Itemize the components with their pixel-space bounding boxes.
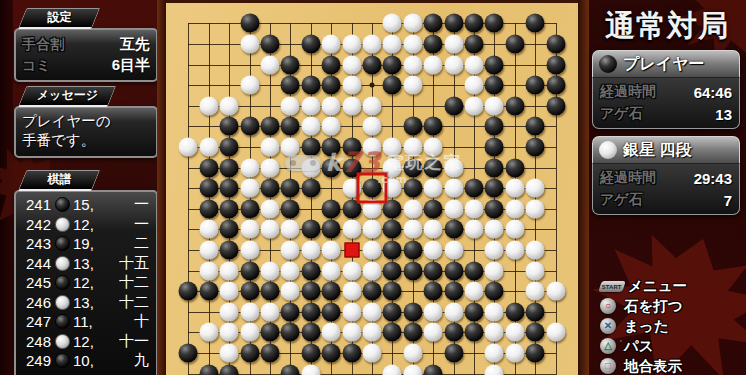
white-stone — [526, 240, 545, 259]
white-stone — [444, 199, 463, 218]
move-col: 11, — [73, 313, 93, 330]
black-stone — [424, 282, 443, 301]
menu-item-start[interactable]: STARTメニュー — [600, 276, 687, 296]
black-stone — [403, 179, 422, 198]
black-stone — [403, 261, 422, 280]
white-stone — [362, 117, 381, 136]
white-stone — [240, 323, 259, 342]
black-stone — [546, 55, 565, 74]
white-stone — [403, 364, 422, 375]
move-col: 12, — [73, 333, 94, 350]
black-stone — [322, 137, 341, 156]
move-row-kanji: 二 — [94, 234, 151, 253]
square-button-icon: □ — [600, 358, 616, 374]
white-stone — [485, 240, 504, 259]
move-number: 241 — [21, 196, 51, 213]
message-header-tab: メッセージ — [18, 86, 116, 107]
black-stone — [383, 220, 402, 239]
white-stone — [199, 220, 218, 239]
black-stone — [464, 302, 483, 321]
white-stone — [220, 323, 239, 342]
black-captures-label: アゲ石 — [600, 105, 643, 123]
menu-label: メニュー — [628, 277, 687, 296]
kifu-move-row[interactable]: 24910,九 — [21, 351, 151, 371]
controller-menu: STARTメニュー○石を打つ✕まった△パス□地合表示 — [600, 276, 687, 375]
black-stone — [444, 282, 463, 301]
move-stone-white-icon — [55, 256, 70, 271]
move-number: 242 — [21, 216, 51, 233]
black-stone — [383, 261, 402, 280]
white-stone — [342, 323, 361, 342]
black-stone — [485, 158, 504, 177]
black-stone — [281, 323, 300, 342]
black-stone — [281, 302, 300, 321]
move-col: 19, — [73, 235, 94, 252]
black-stone — [179, 282, 198, 301]
black-stone — [281, 55, 300, 74]
white-stone — [342, 76, 361, 95]
black-stone — [220, 220, 239, 239]
menu-label: パス — [624, 337, 654, 356]
black-stone — [322, 220, 341, 239]
white-stone — [362, 96, 381, 115]
menu-label: 石を打つ — [624, 297, 683, 316]
start-button-icon: START — [598, 281, 626, 292]
black-stone — [281, 364, 300, 375]
menu-item-triangle[interactable]: △パス — [600, 336, 687, 356]
menu-item-cross[interactable]: ✕まった — [600, 316, 687, 336]
black-stone — [199, 199, 218, 218]
move-number: 246 — [21, 294, 51, 311]
black-stone — [362, 55, 381, 74]
white-stone — [464, 55, 483, 74]
white-time-value: 29:43 — [694, 170, 732, 187]
black-stone — [424, 364, 443, 375]
white-stone — [240, 220, 259, 239]
black-stone — [444, 261, 463, 280]
move-number: 247 — [21, 313, 51, 330]
white-stone — [281, 261, 300, 280]
white-stone — [240, 158, 259, 177]
white-stone — [383, 34, 402, 53]
black-stone — [485, 199, 504, 218]
grid-line — [188, 23, 189, 375]
kifu-list[interactable]: 24115,一24212,一24319,二24413,十五24512,十二246… — [14, 190, 158, 375]
kifu-move-row[interactable]: 24115,一 — [21, 195, 151, 215]
black-stone-icon — [599, 55, 617, 73]
black-stone — [526, 137, 545, 156]
white-stone — [260, 137, 279, 156]
black-stone — [526, 343, 545, 362]
move-number: 249 — [21, 352, 51, 369]
move-row-kanji: 十二 — [94, 293, 151, 312]
black-stone — [444, 220, 463, 239]
move-col: 13, — [73, 294, 94, 311]
white-stone — [485, 364, 504, 375]
white-stone-icon — [599, 141, 617, 159]
handicap-value: 互先 — [120, 35, 150, 54]
mode-title: 通常対局 — [592, 6, 742, 47]
move-row-kanji: 九 — [94, 351, 151, 370]
white-stone — [240, 240, 259, 259]
black-stone — [424, 199, 443, 218]
black-stone — [322, 55, 341, 74]
black-stone — [301, 76, 320, 95]
white-stone — [505, 343, 524, 362]
white-stone — [301, 117, 320, 136]
white-stone — [281, 220, 300, 239]
black-player-name: プレイヤー — [623, 54, 705, 75]
white-stone — [464, 220, 483, 239]
triangle-button-icon: △ — [600, 338, 616, 354]
white-stone — [301, 364, 320, 375]
black-stone — [322, 76, 341, 95]
white-stone — [220, 282, 239, 301]
white-stone — [342, 220, 361, 239]
move-row-kanji: 十一 — [94, 332, 151, 351]
white-stone — [403, 76, 422, 95]
black-stone — [424, 117, 443, 136]
black-stone — [526, 323, 545, 342]
white-stone — [383, 364, 402, 375]
white-stone — [322, 34, 341, 53]
black-stone — [281, 199, 300, 218]
black-stone — [383, 76, 402, 95]
black-stone — [526, 117, 545, 136]
white-stone — [322, 96, 341, 115]
white-stone — [362, 302, 381, 321]
white-stone — [362, 137, 381, 156]
white-stone — [526, 199, 545, 218]
white-stone — [342, 282, 361, 301]
white-stone — [199, 240, 218, 259]
black-stone — [301, 137, 320, 156]
white-stone — [342, 261, 361, 280]
black-stone — [240, 261, 259, 280]
black-stone — [322, 302, 341, 321]
white-captures-value: 7 — [724, 192, 732, 209]
move-row-kanji: 一 — [94, 195, 151, 214]
black-stone — [383, 323, 402, 342]
black-stone — [403, 240, 422, 259]
white-stone — [464, 199, 483, 218]
white-stone — [342, 302, 361, 321]
black-stone — [179, 343, 198, 362]
kifu-move-row[interactable]: 24212,一 — [21, 215, 151, 235]
kifu-move-row[interactable]: 24711,十 — [21, 312, 151, 332]
black-stone — [505, 34, 524, 53]
white-stone — [403, 199, 422, 218]
message-line-2: 手番です。 — [22, 131, 150, 150]
black-stone — [424, 261, 443, 280]
black-stone — [342, 137, 361, 156]
white-stone — [240, 34, 259, 53]
menu-label: 地合表示 — [624, 357, 682, 375]
go-board[interactable]: k73電玩之家 .com — [157, 0, 589, 375]
move-stone-black-icon — [55, 314, 70, 329]
black-captures-value: 13 — [715, 106, 732, 123]
white-stone — [444, 158, 463, 177]
black-stone — [260, 282, 279, 301]
white-stone — [342, 55, 361, 74]
white-stone — [281, 282, 300, 301]
message-header-label: メッセージ — [23, 87, 111, 104]
black-stone — [220, 158, 239, 177]
black-stone — [505, 158, 524, 177]
black-stone — [220, 240, 239, 259]
kifu-move-row[interactable]: 24319,二 — [21, 234, 151, 254]
white-stone — [322, 117, 341, 136]
black-stone — [322, 199, 341, 218]
black-stone — [403, 117, 422, 136]
white-stone — [505, 220, 524, 239]
black-stone — [485, 55, 504, 74]
handicap-row: 手合割 互先 — [22, 34, 150, 55]
circle-button-icon: ○ — [600, 298, 616, 314]
move-row-kanji: 十 — [93, 312, 151, 331]
black-stone — [505, 96, 524, 115]
white-stone — [220, 302, 239, 321]
white-stone — [403, 220, 422, 239]
game-screen: 設定 手合割 互先 コミ 6目半 メッセージ プレイヤーの 手番です。 棋譜 2… — [0, 0, 746, 375]
white-stone — [424, 220, 443, 239]
black-stone — [260, 343, 279, 362]
white-stone — [240, 179, 259, 198]
white-stone — [403, 14, 422, 33]
kifu-header-tab: 棋譜 — [18, 170, 100, 191]
black-stone — [464, 14, 483, 33]
message-line-1: プレイヤーの — [22, 112, 150, 131]
white-stone — [281, 137, 300, 156]
white-stone — [546, 323, 565, 342]
white-stone — [424, 323, 443, 342]
last-move-marker — [356, 173, 387, 204]
black-stone — [281, 117, 300, 136]
white-stone — [240, 76, 259, 95]
black-stone — [199, 179, 218, 198]
white-stone — [464, 96, 483, 115]
white-stone — [505, 323, 524, 342]
black-stone — [301, 302, 320, 321]
black-stone — [199, 158, 218, 177]
white-stone — [444, 55, 463, 74]
board-right-edge — [578, 0, 589, 375]
komi-label: コミ — [22, 57, 51, 75]
white-stone — [322, 323, 341, 342]
handicap-label: 手合割 — [22, 36, 64, 54]
settings-panel: 設定 手合割 互先 コミ 6目半 — [14, 8, 158, 82]
white-stone — [505, 240, 524, 259]
move-stone-black-icon — [55, 236, 70, 251]
kifu-move-row[interactable]: 24613,十二 — [21, 293, 151, 313]
black-stone — [485, 117, 504, 136]
cross-button-icon: ✕ — [600, 318, 616, 334]
white-stone — [444, 240, 463, 259]
white-stone — [199, 261, 218, 280]
white-time-label: 経過時間 — [600, 169, 656, 187]
move-col: 15, — [73, 196, 94, 213]
komi-row: コミ 6目半 — [22, 55, 150, 76]
white-stone — [362, 343, 381, 362]
komi-value: 6目半 — [112, 56, 150, 75]
white-stone — [260, 261, 279, 280]
move-stone-black-icon — [55, 197, 70, 212]
white-stone — [199, 137, 218, 156]
black-stone — [383, 302, 402, 321]
menu-item-circle[interactable]: ○石を打つ — [600, 296, 687, 316]
white-stone — [179, 137, 198, 156]
menu-item-square[interactable]: □地合表示 — [600, 356, 687, 375]
black-stone — [281, 76, 300, 95]
white-stone — [220, 343, 239, 362]
black-stone — [546, 96, 565, 115]
white-stone — [362, 261, 381, 280]
black-stone — [240, 343, 259, 362]
white-stone — [424, 179, 443, 198]
black-stone — [322, 282, 341, 301]
move-col: 10, — [73, 352, 94, 369]
black-stone — [464, 323, 483, 342]
black-stone — [301, 323, 320, 342]
black-stone — [403, 302, 422, 321]
white-stone — [485, 323, 504, 342]
black-stone — [424, 14, 443, 33]
kifu-move-row[interactable]: 24812,十一 — [21, 332, 151, 352]
white-stone — [260, 302, 279, 321]
black-stone — [424, 158, 443, 177]
white-stone — [281, 96, 300, 115]
white-stone — [485, 96, 504, 115]
move-stone-black-icon — [55, 353, 70, 368]
black-stone — [240, 199, 259, 218]
white-stone — [505, 179, 524, 198]
white-stone — [301, 96, 320, 115]
white-stone — [403, 343, 422, 362]
black-stone — [220, 179, 239, 198]
black-stone — [383, 240, 402, 259]
move-stone-black-icon — [55, 275, 70, 290]
black-stone — [424, 34, 443, 53]
black-stone — [526, 302, 545, 321]
white-stone — [505, 199, 524, 218]
white-stone — [281, 240, 300, 259]
white-stone — [485, 343, 504, 362]
white-stone — [526, 179, 545, 198]
black-stone — [526, 76, 545, 95]
white-stone — [546, 282, 565, 301]
black-time-value: 64:46 — [694, 84, 732, 101]
settings-header-tab: 設定 — [18, 8, 100, 29]
white-stone — [485, 220, 504, 239]
white-stone — [444, 302, 463, 321]
black-stone — [260, 117, 279, 136]
player-card-black: プレイヤー 経過時間 64:46 アゲ石 13 — [592, 50, 740, 129]
black-stone — [240, 282, 259, 301]
player-card-white: 銀星 四段 経過時間 29:43 アゲ石 7 — [592, 136, 740, 215]
white-stone — [362, 220, 381, 239]
white-stone — [424, 137, 443, 156]
white-stone — [403, 55, 422, 74]
white-stone — [464, 76, 483, 95]
black-stone — [260, 179, 279, 198]
white-stone — [383, 137, 402, 156]
black-stone — [220, 137, 239, 156]
black-stone — [260, 34, 279, 53]
move-stone-white-icon — [55, 334, 70, 349]
move-row-kanji: 一 — [94, 215, 151, 234]
white-stone — [485, 302, 504, 321]
black-stone — [444, 323, 463, 342]
white-stone — [260, 220, 279, 239]
cursor-marker[interactable] — [344, 242, 359, 257]
white-stone — [444, 34, 463, 53]
white-stone — [362, 34, 381, 53]
black-stone — [301, 261, 320, 280]
settings-header-label: 設定 — [23, 9, 95, 26]
black-stone — [240, 117, 259, 136]
black-stone — [444, 14, 463, 33]
black-stone — [301, 179, 320, 198]
black-stone — [546, 34, 565, 53]
white-stone — [424, 302, 443, 321]
black-stone — [301, 220, 320, 239]
move-number: 245 — [21, 274, 51, 291]
message-panel: メッセージ プレイヤーの 手番です。 — [14, 86, 158, 158]
white-stone — [403, 137, 422, 156]
black-stone — [526, 14, 545, 33]
black-stone — [220, 199, 239, 218]
kifu-panel: 棋譜 24115,一24212,一24319,二24413,十五24512,十二… — [14, 170, 158, 375]
white-stone — [322, 240, 341, 259]
black-stone — [485, 76, 504, 95]
white-stone — [301, 240, 320, 259]
kifu-header-label: 棋譜 — [23, 171, 95, 188]
black-stone — [301, 282, 320, 301]
black-stone — [301, 34, 320, 53]
black-stone — [301, 343, 320, 362]
white-stone — [526, 261, 545, 280]
white-stone — [322, 261, 341, 280]
move-row-kanji: 十五 — [94, 254, 151, 273]
white-player-name: 銀星 四段 — [623, 140, 691, 161]
black-stone — [383, 55, 402, 74]
star-point — [369, 83, 374, 88]
white-stone — [260, 158, 279, 177]
black-stone — [281, 179, 300, 198]
kifu-move-row[interactable]: 24512,十二 — [21, 273, 151, 293]
move-col: 13, — [73, 255, 94, 272]
black-stone — [444, 96, 463, 115]
white-stone — [260, 199, 279, 218]
black-stone — [240, 14, 259, 33]
black-stone — [464, 179, 483, 198]
board-top-edge — [157, 0, 589, 3]
white-stone — [403, 34, 422, 53]
board-left-edge — [157, 0, 166, 375]
black-stone — [546, 76, 565, 95]
white-stone — [362, 240, 381, 259]
black-stone — [403, 323, 422, 342]
black-stone — [464, 34, 483, 53]
black-stone — [362, 282, 381, 301]
kifu-move-row[interactable]: 24413,十五 — [21, 254, 151, 274]
black-stone — [220, 117, 239, 136]
white-stone — [485, 261, 504, 280]
black-stone — [220, 364, 239, 375]
white-stone — [199, 323, 218, 342]
white-stone — [220, 96, 239, 115]
white-stone — [424, 240, 443, 259]
